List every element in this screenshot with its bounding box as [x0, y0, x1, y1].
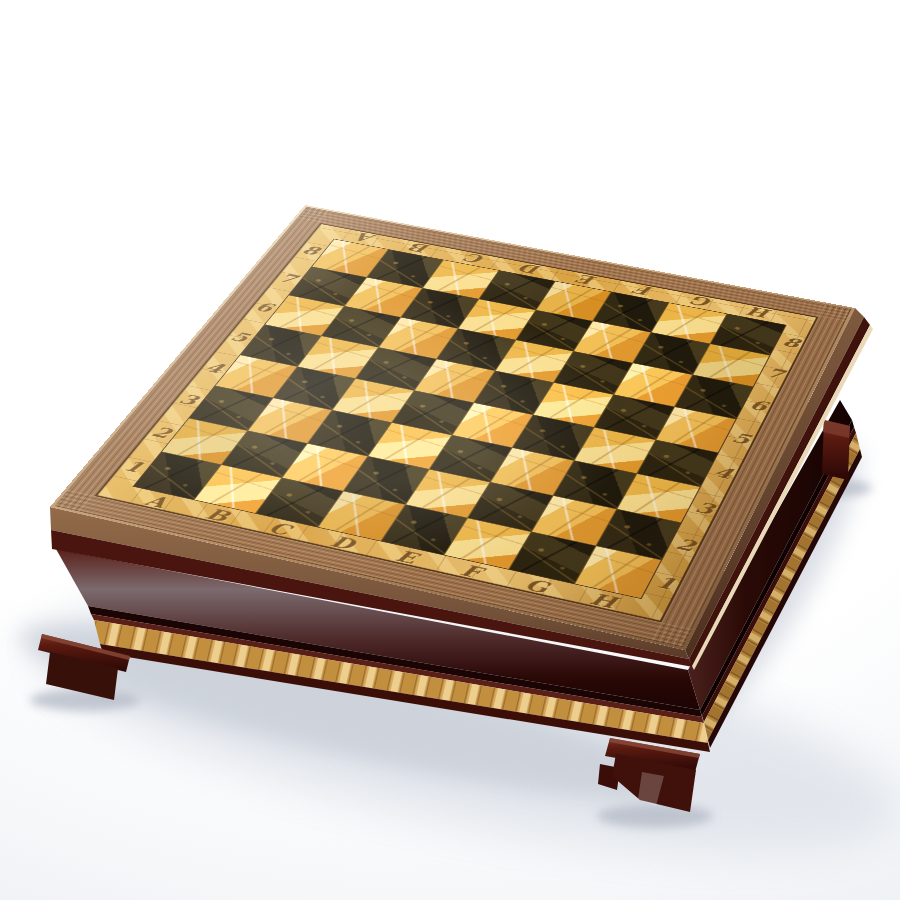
- product-photo: ABCDEFGH ABCDEFGH 87654321 87654321: [0, 0, 900, 900]
- bracket-foot-right: [822, 420, 850, 480]
- scene: { "game": "chess", "description": "Overh…: [0, 0, 900, 900]
